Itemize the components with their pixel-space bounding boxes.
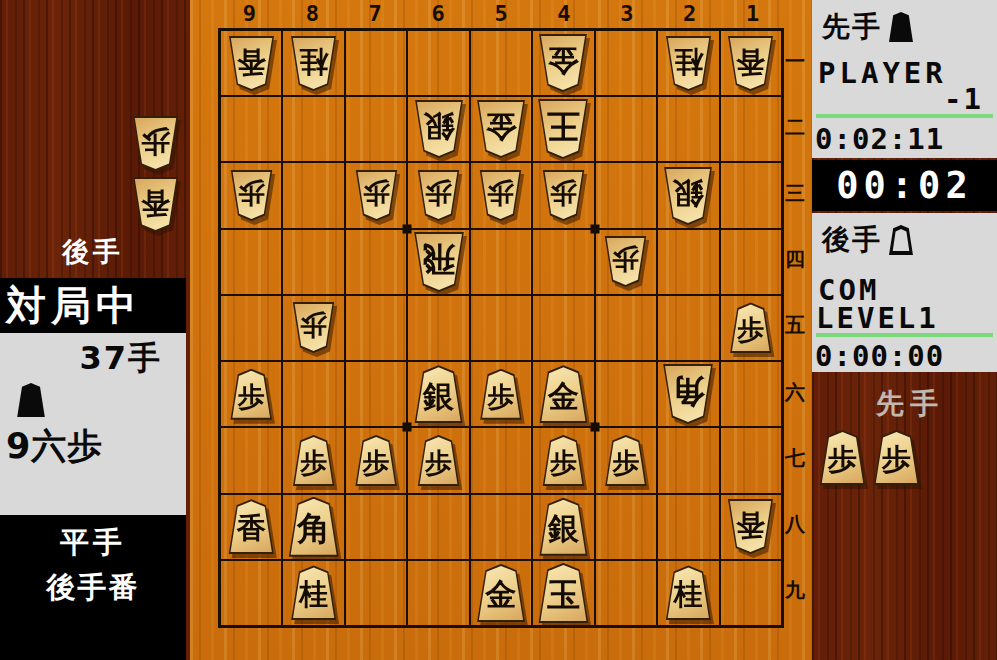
file-label-1: 1	[721, 1, 784, 27]
gote-piece-香[interactable]: 香	[227, 36, 276, 91]
square-2四[interactable]	[657, 229, 719, 295]
square-4八[interactable]: 銀	[532, 494, 594, 560]
piece-kanji: 香	[227, 36, 276, 91]
piece-kanji: 歩	[728, 302, 773, 353]
square-2五[interactable]	[657, 295, 719, 361]
shogi-board-grid: 香桂金桂香銀金王歩歩歩歩歩銀飛歩歩歩歩銀歩金角歩歩歩歩歩香角銀香桂金玉桂	[218, 28, 784, 628]
divider-line	[816, 333, 993, 337]
sente-piece-歩[interactable]: 歩	[416, 435, 461, 486]
gote-piece-歩[interactable]: 歩	[131, 116, 180, 171]
square-8七[interactable]: 歩	[282, 427, 344, 493]
square-3三[interactable]	[595, 162, 657, 228]
square-6九[interactable]	[407, 560, 469, 626]
gote-piece-桂[interactable]: 桂	[289, 36, 338, 91]
square-4六[interactable]: 金	[532, 361, 594, 427]
byoyomi-clock: 00:02	[812, 160, 997, 211]
move-number: 37手	[79, 337, 162, 381]
square-5一[interactable]	[470, 30, 532, 96]
piece-kanji: 歩	[872, 430, 921, 485]
square-8二[interactable]	[282, 96, 344, 162]
piece-kanji: 王	[536, 99, 590, 159]
square-7四[interactable]	[345, 229, 407, 295]
sente-piece-銀[interactable]: 銀	[413, 365, 465, 423]
rank-coordinates: 一二三四五六七八九	[782, 28, 808, 624]
shogi-board-frame: 987654321 香桂金桂香銀金王歩歩歩歩歩銀飛歩歩歩歩銀歩金角歩歩歩歩歩香角…	[190, 0, 812, 660]
square-5六[interactable]: 歩	[470, 361, 532, 427]
piece-kanji: 歩	[416, 435, 461, 486]
gote-header: 後手	[822, 221, 882, 259]
square-5七[interactable]	[470, 427, 532, 493]
square-6四[interactable]: 飛	[407, 229, 469, 295]
sente-piece-歩[interactable]: 歩	[291, 435, 336, 486]
square-1三[interactable]	[720, 162, 782, 228]
square-4三[interactable]: 歩	[532, 162, 594, 228]
piece-kanji: 香	[726, 499, 775, 554]
move-info-box: 37手 9六歩	[0, 333, 186, 515]
rank-label-四: 四	[782, 227, 808, 293]
gote-piece-香[interactable]: 香	[726, 36, 775, 91]
rank-label-六: 六	[782, 359, 808, 425]
square-5五[interactable]	[470, 295, 532, 361]
square-9六[interactable]: 歩	[220, 361, 282, 427]
right-info-panel: 先手 PLAYER -1 0:02:11 00:02 後手 COM LEVEL1…	[812, 0, 997, 660]
square-7五[interactable]	[345, 295, 407, 361]
game-status-band: 対局中	[0, 278, 186, 333]
square-6三[interactable]: 歩	[407, 162, 469, 228]
gote-piece-銀[interactable]: 銀	[413, 100, 465, 158]
sente-piece-歩[interactable]: 歩	[229, 369, 274, 420]
square-2八[interactable]	[657, 494, 719, 560]
square-4二[interactable]: 王	[532, 96, 594, 162]
square-3一[interactable]	[595, 30, 657, 96]
gote-piece-icon	[888, 225, 914, 255]
rank-label-三: 三	[782, 160, 808, 226]
square-8四[interactable]	[282, 229, 344, 295]
square-6一[interactable]	[407, 30, 469, 96]
square-8五[interactable]: 歩	[282, 295, 344, 361]
setup-band: 平手 後手番	[0, 515, 186, 660]
square-5二[interactable]: 金	[470, 96, 532, 162]
square-1五[interactable]: 歩	[720, 295, 782, 361]
player-number: -1	[944, 82, 983, 116]
gote-piece-歩[interactable]: 歩	[416, 170, 461, 221]
piece-kanji: 歩	[229, 369, 274, 420]
gote-piece-桂[interactable]: 桂	[664, 36, 713, 91]
player-name: PLAYER	[818, 56, 947, 90]
square-7九[interactable]	[345, 560, 407, 626]
file-label-5: 5	[470, 1, 533, 27]
square-4五[interactable]	[532, 295, 594, 361]
sente-piece-角[interactable]: 角	[287, 497, 341, 557]
piece-kanji: 歩	[416, 170, 461, 221]
square-6六[interactable]: 銀	[407, 361, 469, 427]
gote-piece-歩[interactable]: 歩	[291, 302, 336, 353]
square-7一[interactable]	[345, 30, 407, 96]
square-5三[interactable]: 歩	[470, 162, 532, 228]
rank-label-五: 五	[782, 293, 808, 359]
gote-total-time: 0:00:00	[815, 339, 944, 373]
square-3八[interactable]	[595, 494, 657, 560]
sente-piece-歩[interactable]: 歩	[728, 302, 773, 353]
piece-kanji: 桂	[664, 565, 713, 620]
square-3四[interactable]: 歩	[595, 229, 657, 295]
square-4九[interactable]: 玉	[532, 560, 594, 626]
gote-piece-香[interactable]: 香	[131, 177, 180, 232]
square-8六[interactable]	[282, 361, 344, 427]
file-label-3: 3	[595, 1, 658, 27]
square-1一[interactable]: 香	[720, 30, 782, 96]
shogi-game-screen: { "game": "shogi", "position": { "sfen":…	[0, 0, 997, 660]
file-label-7: 7	[344, 1, 407, 27]
gote-piece-歩[interactable]: 歩	[354, 170, 399, 221]
turn-indicator: 後手番	[0, 568, 186, 608]
piece-kanji: 玉	[536, 563, 590, 623]
gote-piece-金[interactable]: 金	[475, 100, 527, 158]
piece-kanji: 歩	[291, 435, 336, 486]
gote-piece-歩[interactable]: 歩	[229, 170, 274, 221]
sente-piece-銀[interactable]: 銀	[537, 498, 589, 556]
piece-kanji: 角	[661, 364, 715, 424]
square-3五[interactable]	[595, 295, 657, 361]
gote-piece-王[interactable]: 王	[536, 99, 590, 159]
square-9二[interactable]	[220, 96, 282, 162]
square-4四[interactable]	[532, 229, 594, 295]
piece-kanji: 香	[227, 499, 276, 554]
square-5八[interactable]	[470, 494, 532, 560]
square-2一[interactable]: 桂	[657, 30, 719, 96]
piece-kanji: 歩	[818, 430, 867, 485]
piece-kanji: 歩	[291, 302, 336, 353]
byoyomi-time: 00:02	[836, 164, 972, 207]
square-2七[interactable]	[657, 427, 719, 493]
gote-piece-歩[interactable]: 歩	[478, 170, 523, 221]
square-7六[interactable]	[345, 361, 407, 427]
sente-piece-歩[interactable]: 歩	[872, 430, 921, 485]
square-4一[interactable]: 金	[532, 30, 594, 96]
square-4七[interactable]: 歩	[532, 427, 594, 493]
rank-label-八: 八	[782, 492, 808, 558]
file-label-4: 4	[532, 1, 595, 27]
sente-piece-玉[interactable]: 玉	[536, 563, 590, 623]
square-3九[interactable]	[595, 560, 657, 626]
sente-total-time: 0:02:11	[815, 122, 944, 156]
sente-piece-桂[interactable]: 桂	[664, 565, 713, 620]
piece-kanji: 歩	[478, 369, 523, 420]
square-9四[interactable]	[220, 229, 282, 295]
piece-kanji: 香	[726, 36, 775, 91]
piece-kanji: 歩	[603, 435, 648, 486]
square-6五[interactable]	[407, 295, 469, 361]
gote-piece-飛[interactable]: 飛	[412, 232, 466, 292]
gote-piece-金[interactable]: 金	[537, 34, 589, 92]
square-5四[interactable]	[470, 229, 532, 295]
rank-label-九: 九	[782, 558, 808, 624]
square-9九[interactable]	[220, 560, 282, 626]
file-label-9: 9	[218, 1, 281, 27]
sente-piece-歩[interactable]: 歩	[541, 435, 586, 486]
piece-kanji: 銀	[413, 365, 465, 423]
sente-piece-歩[interactable]: 歩	[603, 435, 648, 486]
sente-player-box: 先手 PLAYER -1 0:02:11	[812, 0, 997, 158]
square-1二[interactable]	[720, 96, 782, 162]
square-3七[interactable]: 歩	[595, 427, 657, 493]
square-6七[interactable]: 歩	[407, 427, 469, 493]
file-coordinates: 987654321	[218, 1, 784, 27]
square-8三[interactable]	[282, 162, 344, 228]
rank-label-七: 七	[782, 425, 808, 491]
piece-kanji: 桂	[664, 36, 713, 91]
square-7七[interactable]: 歩	[345, 427, 407, 493]
square-7八[interactable]	[345, 494, 407, 560]
square-1八[interactable]: 香	[720, 494, 782, 560]
gote-label: 後手	[0, 234, 186, 270]
piece-kanji: 金	[475, 100, 527, 158]
rank-label-一: 一	[782, 28, 808, 94]
square-6八[interactable]	[407, 494, 469, 560]
square-1九[interactable]	[720, 560, 782, 626]
piece-kanji: 飛	[412, 232, 466, 292]
square-5九[interactable]: 金	[470, 560, 532, 626]
piece-kanji: 歩	[541, 170, 586, 221]
square-9三[interactable]: 歩	[220, 162, 282, 228]
sente-captured-tray[interactable]: 歩歩	[818, 430, 921, 485]
piece-kanji: 歩	[603, 236, 648, 287]
sente-piece-歩[interactable]: 歩	[818, 430, 867, 485]
square-1四[interactable]	[720, 229, 782, 295]
file-label-6: 6	[407, 1, 470, 27]
square-6二[interactable]: 銀	[407, 96, 469, 162]
sente-piece-香[interactable]: 香	[227, 499, 276, 554]
com-level: LEVEL1	[816, 301, 939, 335]
square-8八[interactable]: 角	[282, 494, 344, 560]
square-9七[interactable]	[220, 427, 282, 493]
square-2二[interactable]	[657, 96, 719, 162]
sente-move-mark-icon	[16, 383, 46, 417]
piece-kanji: 歩	[229, 170, 274, 221]
piece-kanji: 歩	[354, 435, 399, 486]
piece-kanji: 歩	[478, 170, 523, 221]
file-label-8: 8	[281, 1, 344, 27]
gote-player-box: 後手 COM LEVEL1 0:00:00	[812, 213, 997, 372]
gote-piece-銀[interactable]: 銀	[662, 167, 714, 225]
piece-kanji: 銀	[662, 167, 714, 225]
last-move-text: 9六歩	[6, 423, 103, 470]
handicap-label: 平手	[0, 523, 186, 563]
square-9一[interactable]: 香	[220, 30, 282, 96]
piece-kanji: 桂	[289, 565, 338, 620]
gote-piece-香[interactable]: 香	[726, 499, 775, 554]
sente-piece-金[interactable]: 金	[537, 365, 589, 423]
divider-line	[816, 114, 993, 118]
rank-label-二: 二	[782, 94, 808, 160]
left-info-panel: 歩香 後手 対局中 37手 9六歩 平手 後手番	[0, 0, 190, 660]
sente-piece-icon	[888, 12, 914, 42]
file-label-2: 2	[658, 1, 721, 27]
square-9八[interactable]: 香	[220, 494, 282, 560]
sente-piece-歩[interactable]: 歩	[354, 435, 399, 486]
gote-captured-tray[interactable]: 歩香	[131, 116, 180, 232]
square-7三[interactable]: 歩	[345, 162, 407, 228]
square-7二[interactable]	[345, 96, 407, 162]
square-3六[interactable]	[595, 361, 657, 427]
square-9五[interactable]	[220, 295, 282, 361]
piece-kanji: 桂	[289, 36, 338, 91]
sente-piece-桂[interactable]: 桂	[289, 565, 338, 620]
square-2六[interactable]: 角	[657, 361, 719, 427]
square-1六[interactable]	[720, 361, 782, 427]
sente-header: 先手	[822, 8, 882, 46]
gote-piece-角[interactable]: 角	[661, 364, 715, 424]
square-3二[interactable]	[595, 96, 657, 162]
piece-kanji: 金	[537, 365, 589, 423]
piece-kanji: 歩	[131, 116, 180, 171]
sente-piece-金[interactable]: 金	[475, 564, 527, 622]
game-status-text: 対局中	[0, 278, 141, 333]
piece-kanji: 銀	[537, 498, 589, 556]
gote-piece-歩[interactable]: 歩	[603, 236, 648, 287]
sente-piece-歩[interactable]: 歩	[478, 369, 523, 420]
square-2九[interactable]: 桂	[657, 560, 719, 626]
sente-tray-label: 先手	[860, 385, 960, 423]
piece-kanji: 金	[475, 564, 527, 622]
piece-kanji: 歩	[354, 170, 399, 221]
gote-piece-歩[interactable]: 歩	[541, 170, 586, 221]
square-8一[interactable]: 桂	[282, 30, 344, 96]
piece-kanji: 金	[537, 34, 589, 92]
piece-kanji: 香	[131, 177, 180, 232]
square-2三[interactable]: 銀	[657, 162, 719, 228]
square-1七[interactable]	[720, 427, 782, 493]
piece-kanji: 歩	[541, 435, 586, 486]
square-8九[interactable]: 桂	[282, 560, 344, 626]
piece-kanji: 角	[287, 497, 341, 557]
piece-kanji: 銀	[413, 100, 465, 158]
